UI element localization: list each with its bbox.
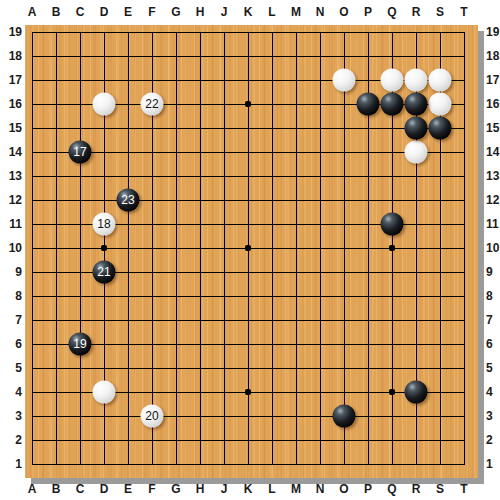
star-point bbox=[245, 101, 251, 107]
grid-line-horizontal bbox=[32, 320, 465, 321]
grid-line-vertical bbox=[344, 32, 345, 465]
row-label-right-3: 3 bbox=[486, 409, 493, 423]
black-stone-E12[interactable]: 23 bbox=[117, 189, 140, 212]
black-stone-R15[interactable] bbox=[405, 117, 428, 140]
column-label-top-L: L bbox=[268, 5, 275, 19]
column-label-bottom-H: H bbox=[196, 482, 205, 496]
white-stone-D4[interactable] bbox=[93, 381, 116, 404]
black-stone-Q11[interactable] bbox=[381, 213, 404, 236]
row-label-left-13: 13 bbox=[9, 169, 22, 183]
column-label-bottom-T: T bbox=[460, 482, 467, 496]
white-stone-D11[interactable]: 18 bbox=[93, 213, 116, 236]
column-label-bottom-N: N bbox=[316, 482, 325, 496]
column-label-top-H: H bbox=[196, 5, 205, 19]
column-label-top-P: P bbox=[364, 5, 372, 19]
column-label-bottom-R: R bbox=[412, 482, 421, 496]
row-label-left-17: 17 bbox=[9, 73, 22, 87]
column-label-bottom-C: C bbox=[76, 482, 85, 496]
black-stone-R16[interactable] bbox=[405, 93, 428, 116]
column-label-bottom-J: J bbox=[221, 482, 228, 496]
row-label-left-18: 18 bbox=[9, 49, 22, 63]
grid-line-horizontal bbox=[32, 440, 465, 441]
grid-line-horizontal bbox=[32, 464, 465, 465]
row-label-right-9: 9 bbox=[486, 265, 493, 279]
row-label-left-2: 2 bbox=[15, 433, 22, 447]
black-stone-Q16[interactable] bbox=[381, 93, 404, 116]
column-label-bottom-G: G bbox=[171, 482, 180, 496]
row-label-left-16: 16 bbox=[9, 97, 22, 111]
column-label-top-K: K bbox=[244, 5, 253, 19]
black-stone-S15[interactable] bbox=[429, 117, 452, 140]
white-stone-R14[interactable] bbox=[405, 141, 428, 164]
white-stone-Q17[interactable] bbox=[381, 69, 404, 92]
grid-line-horizontal bbox=[32, 368, 465, 369]
row-label-left-15: 15 bbox=[9, 121, 22, 135]
row-label-right-2: 2 bbox=[486, 433, 493, 447]
column-label-top-B: B bbox=[52, 5, 61, 19]
row-label-right-10: 10 bbox=[486, 241, 499, 255]
column-label-bottom-K: K bbox=[244, 482, 253, 496]
column-label-top-D: D bbox=[100, 5, 109, 19]
row-label-right-14: 14 bbox=[486, 145, 499, 159]
row-label-left-7: 7 bbox=[15, 313, 22, 327]
white-stone-S16[interactable] bbox=[429, 93, 452, 116]
row-label-left-14: 14 bbox=[9, 145, 22, 159]
move-number: 22 bbox=[145, 93, 158, 116]
grid-line-vertical bbox=[464, 32, 465, 465]
column-label-bottom-Q: Q bbox=[387, 482, 396, 496]
column-label-bottom-M: M bbox=[291, 482, 301, 496]
move-number: 20 bbox=[145, 405, 158, 428]
column-label-top-J: J bbox=[221, 5, 228, 19]
white-stone-S17[interactable] bbox=[429, 69, 452, 92]
row-label-right-6: 6 bbox=[486, 337, 493, 351]
grid-line-horizontal bbox=[32, 416, 465, 417]
move-number: 21 bbox=[97, 261, 110, 284]
white-stone-R17[interactable] bbox=[405, 69, 428, 92]
move-number: 18 bbox=[97, 213, 110, 236]
star-point bbox=[389, 245, 395, 251]
black-stone-D9[interactable]: 21 bbox=[93, 261, 116, 284]
go-board[interactable]: 22182017231921 bbox=[25, 25, 478, 478]
grid-line-vertical bbox=[296, 32, 297, 465]
move-number: 19 bbox=[73, 333, 86, 356]
black-stone-P16[interactable] bbox=[357, 93, 380, 116]
column-label-top-Q: Q bbox=[387, 5, 396, 19]
black-stone-C14[interactable]: 17 bbox=[69, 141, 92, 164]
star-point bbox=[389, 389, 395, 395]
row-label-right-13: 13 bbox=[486, 169, 499, 183]
black-stone-O3[interactable] bbox=[333, 405, 356, 428]
white-stone-F16[interactable]: 22 bbox=[141, 93, 164, 116]
column-label-top-G: G bbox=[171, 5, 180, 19]
column-label-top-M: M bbox=[291, 5, 301, 19]
column-label-top-R: R bbox=[412, 5, 421, 19]
grid-line-horizontal bbox=[32, 296, 465, 297]
column-label-bottom-L: L bbox=[268, 482, 275, 496]
row-label-left-1: 1 bbox=[15, 457, 22, 471]
black-stone-C6[interactable]: 19 bbox=[69, 333, 92, 356]
column-label-bottom-O: O bbox=[339, 482, 348, 496]
grid-line-horizontal bbox=[32, 344, 465, 345]
grid-line-vertical bbox=[272, 32, 273, 465]
row-label-right-17: 17 bbox=[486, 73, 499, 87]
row-label-left-4: 4 bbox=[15, 385, 22, 399]
column-label-top-O: O bbox=[339, 5, 348, 19]
white-stone-F3[interactable]: 20 bbox=[141, 405, 164, 428]
star-point bbox=[245, 389, 251, 395]
column-label-bottom-E: E bbox=[124, 482, 132, 496]
row-label-right-19: 19 bbox=[486, 25, 499, 39]
row-label-left-5: 5 bbox=[15, 361, 22, 375]
row-label-left-12: 12 bbox=[9, 193, 22, 207]
column-label-top-F: F bbox=[148, 5, 155, 19]
column-label-top-A: A bbox=[28, 5, 37, 19]
row-label-right-16: 16 bbox=[486, 97, 499, 111]
white-stone-O17[interactable] bbox=[333, 69, 356, 92]
column-label-top-N: N bbox=[316, 5, 325, 19]
row-label-left-8: 8 bbox=[15, 289, 22, 303]
star-point bbox=[101, 245, 107, 251]
row-label-left-6: 6 bbox=[15, 337, 22, 351]
row-label-right-18: 18 bbox=[486, 49, 499, 63]
row-label-right-4: 4 bbox=[486, 385, 493, 399]
row-label-right-12: 12 bbox=[486, 193, 499, 207]
row-label-left-10: 10 bbox=[9, 241, 22, 255]
row-label-right-8: 8 bbox=[486, 289, 493, 303]
column-label-bottom-S: S bbox=[436, 482, 444, 496]
move-number: 17 bbox=[73, 141, 86, 164]
column-label-top-C: C bbox=[76, 5, 85, 19]
column-label-bottom-B: B bbox=[52, 482, 61, 496]
go-diagram: 22182017231921 AABBCCDDEEFFGGHHJJKKLLMMN… bbox=[0, 0, 500, 500]
grid-line-vertical bbox=[320, 32, 321, 465]
column-label-top-E: E bbox=[124, 5, 132, 19]
row-label-left-3: 3 bbox=[15, 409, 22, 423]
row-label-left-9: 9 bbox=[15, 265, 22, 279]
column-label-top-T: T bbox=[460, 5, 467, 19]
column-label-bottom-D: D bbox=[100, 482, 109, 496]
row-label-right-1: 1 bbox=[486, 457, 493, 471]
black-stone-R4[interactable] bbox=[405, 381, 428, 404]
move-number: 23 bbox=[121, 189, 134, 212]
row-label-left-19: 19 bbox=[9, 25, 22, 39]
row-label-right-5: 5 bbox=[486, 361, 493, 375]
column-label-bottom-P: P bbox=[364, 482, 372, 496]
row-label-right-15: 15 bbox=[486, 121, 499, 135]
row-label-left-11: 11 bbox=[9, 217, 22, 231]
column-label-bottom-F: F bbox=[148, 482, 155, 496]
column-label-top-S: S bbox=[436, 5, 444, 19]
row-label-right-11: 11 bbox=[486, 217, 499, 231]
white-stone-D16[interactable] bbox=[93, 93, 116, 116]
column-label-bottom-A: A bbox=[28, 482, 37, 496]
row-label-right-7: 7 bbox=[486, 313, 493, 327]
star-point bbox=[245, 245, 251, 251]
